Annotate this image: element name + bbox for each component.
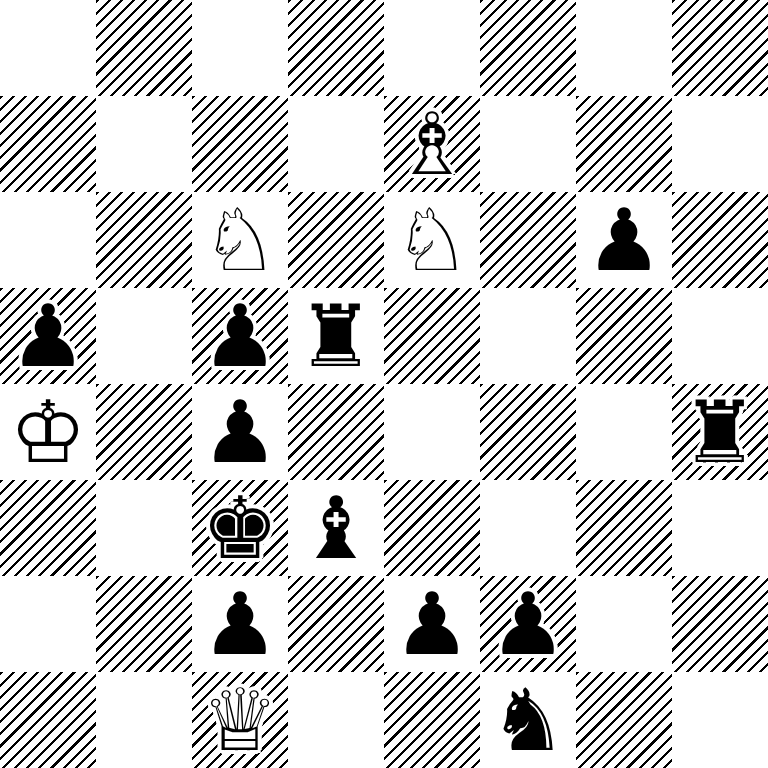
piece-black-pawn: ♟♟ (480, 576, 576, 672)
square-d5[interactable]: ♜♜ (288, 288, 384, 384)
black-king-icon: ♚ (201, 485, 278, 571)
square-a8[interactable] (0, 0, 96, 96)
square-e8[interactable] (384, 0, 480, 96)
black-pawn-icon: ♟ (201, 581, 278, 667)
piece-white-knight: ♞♘ (192, 192, 288, 288)
square-g7[interactable] (576, 96, 672, 192)
square-c8[interactable] (192, 0, 288, 96)
square-g1[interactable] (576, 672, 672, 768)
white-king-icon: ♔ (9, 389, 86, 475)
square-c6[interactable]: ♞♘ (192, 192, 288, 288)
square-a7[interactable] (0, 96, 96, 192)
piece-black-rook: ♜♜ (672, 384, 768, 480)
square-b5[interactable] (96, 288, 192, 384)
square-d6[interactable] (288, 192, 384, 288)
black-knight-icon: ♞ (489, 677, 566, 763)
square-a6[interactable] (0, 192, 96, 288)
square-b1[interactable] (96, 672, 192, 768)
square-g5[interactable] (576, 288, 672, 384)
square-e4[interactable] (384, 384, 480, 480)
square-e7[interactable]: ♝♗ (384, 96, 480, 192)
white-knight-icon: ♘ (393, 197, 470, 283)
square-h1[interactable] (672, 672, 768, 768)
square-h5[interactable] (672, 288, 768, 384)
square-e3[interactable] (384, 480, 480, 576)
piece-black-bishop: ♝♝ (288, 480, 384, 576)
square-h6[interactable] (672, 192, 768, 288)
square-c7[interactable] (192, 96, 288, 192)
square-f4[interactable] (480, 384, 576, 480)
black-pawn-icon: ♟ (585, 197, 662, 283)
square-d3[interactable]: ♝♝ (288, 480, 384, 576)
square-h3[interactable] (672, 480, 768, 576)
square-c4[interactable]: ♟♟ (192, 384, 288, 480)
square-a5[interactable]: ♟♟ (0, 288, 96, 384)
black-rook-icon: ♜ (681, 389, 758, 475)
piece-white-queen: ♛♕ (192, 672, 288, 768)
piece-white-bishop: ♝♗ (384, 96, 480, 192)
square-d7[interactable] (288, 96, 384, 192)
square-h7[interactable] (672, 96, 768, 192)
square-e1[interactable] (384, 672, 480, 768)
black-bishop-icon: ♝ (297, 485, 374, 571)
square-g4[interactable] (576, 384, 672, 480)
square-d8[interactable] (288, 0, 384, 96)
piece-black-king: ♚♚ (192, 480, 288, 576)
square-b8[interactable] (96, 0, 192, 96)
black-rook-icon: ♜ (297, 293, 374, 379)
square-g6[interactable]: ♟♟ (576, 192, 672, 288)
square-b3[interactable] (96, 480, 192, 576)
piece-white-king: ♚♔ (0, 384, 96, 480)
chess-board: ♝♗♞♘♞♘♟♟♟♟♟♟♜♜♚♔♟♟♜♜♚♚♝♝♟♟♟♟♟♟♛♕♞♞ (0, 0, 768, 768)
white-knight-icon: ♘ (201, 197, 278, 283)
square-f8[interactable] (480, 0, 576, 96)
square-c2[interactable]: ♟♟ (192, 576, 288, 672)
square-g3[interactable] (576, 480, 672, 576)
piece-black-pawn: ♟♟ (0, 288, 96, 384)
square-d1[interactable] (288, 672, 384, 768)
square-a4[interactable]: ♚♔ (0, 384, 96, 480)
square-f7[interactable] (480, 96, 576, 192)
square-c3[interactable]: ♚♚ (192, 480, 288, 576)
square-g2[interactable] (576, 576, 672, 672)
square-a2[interactable] (0, 576, 96, 672)
square-h2[interactable] (672, 576, 768, 672)
square-b6[interactable] (96, 192, 192, 288)
square-f6[interactable] (480, 192, 576, 288)
square-b7[interactable] (96, 96, 192, 192)
square-e5[interactable] (384, 288, 480, 384)
piece-black-knight: ♞♞ (480, 672, 576, 768)
square-e2[interactable]: ♟♟ (384, 576, 480, 672)
square-f3[interactable] (480, 480, 576, 576)
square-f2[interactable]: ♟♟ (480, 576, 576, 672)
square-b2[interactable] (96, 576, 192, 672)
piece-black-pawn: ♟♟ (384, 576, 480, 672)
square-d2[interactable] (288, 576, 384, 672)
black-pawn-icon: ♟ (201, 389, 278, 475)
white-queen-icon: ♕ (201, 677, 278, 763)
white-bishop-icon: ♗ (393, 101, 470, 187)
piece-black-rook: ♜♜ (288, 288, 384, 384)
black-pawn-icon: ♟ (9, 293, 86, 379)
piece-white-knight: ♞♘ (384, 192, 480, 288)
chess-diagram: ♝♗♞♘♞♘♟♟♟♟♟♟♜♜♚♔♟♟♜♜♚♚♝♝♟♟♟♟♟♟♛♕♞♞ (0, 0, 768, 768)
square-c1[interactable]: ♛♕ (192, 672, 288, 768)
square-a1[interactable] (0, 672, 96, 768)
square-b4[interactable] (96, 384, 192, 480)
square-h8[interactable] (672, 0, 768, 96)
square-e6[interactable]: ♞♘ (384, 192, 480, 288)
square-d4[interactable] (288, 384, 384, 480)
piece-black-pawn: ♟♟ (192, 384, 288, 480)
square-g8[interactable] (576, 0, 672, 96)
black-pawn-icon: ♟ (489, 581, 566, 667)
piece-black-pawn: ♟♟ (192, 288, 288, 384)
black-pawn-icon: ♟ (393, 581, 470, 667)
square-f1[interactable]: ♞♞ (480, 672, 576, 768)
square-c5[interactable]: ♟♟ (192, 288, 288, 384)
black-pawn-icon: ♟ (201, 293, 278, 379)
piece-black-pawn: ♟♟ (576, 192, 672, 288)
square-f5[interactable] (480, 288, 576, 384)
square-a3[interactable] (0, 480, 96, 576)
piece-black-pawn: ♟♟ (192, 576, 288, 672)
square-h4[interactable]: ♜♜ (672, 384, 768, 480)
